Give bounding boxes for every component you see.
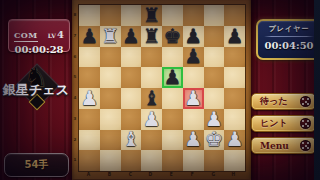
file-label-d: D (145, 173, 156, 177)
game-screen: COM LV4 00:00:28 ♞ 銀星チェス 54手 87654321 ♜♟… (0, 0, 320, 180)
white-pawn[interactable]: ♟ (143, 108, 161, 130)
pad-buttons-icon (300, 118, 311, 129)
file-label-h: H (228, 173, 239, 177)
file-label-a: A (83, 173, 94, 177)
file-label-g: G (207, 173, 218, 177)
square-b2[interactable] (100, 130, 121, 151)
com-label: COM (14, 30, 38, 42)
square-a1[interactable] (79, 150, 100, 171)
rank-label-5: 5 (74, 71, 77, 81)
square-c4[interactable] (121, 88, 142, 109)
hint-button[interactable]: ヒント (251, 115, 316, 132)
square-c7[interactable]: ♟ (121, 26, 142, 47)
square-h6[interactable] (224, 47, 245, 68)
square-a2[interactable] (79, 130, 100, 151)
square-c6[interactable] (121, 47, 142, 68)
black-pawn[interactable]: ♟ (184, 45, 202, 67)
square-a7[interactable]: ♟ (79, 26, 100, 47)
square-h7[interactable]: ♟ (224, 26, 245, 47)
square-d2[interactable] (141, 130, 162, 151)
black-rook[interactable]: ♜ (143, 25, 161, 47)
square-e3[interactable] (162, 109, 183, 130)
white-pawn[interactable]: ♟ (184, 87, 202, 109)
file-label-f: F (186, 173, 197, 177)
square-f2[interactable]: ♟ (183, 130, 204, 151)
screen-edge-shade (314, 0, 320, 180)
black-king[interactable]: ♚ (163, 25, 181, 47)
square-c5[interactable] (121, 67, 142, 88)
square-a3[interactable] (79, 109, 100, 130)
square-e4[interactable] (162, 88, 183, 109)
square-g1[interactable] (204, 150, 225, 171)
rank-label-8: 8 (74, 9, 77, 19)
square-h5[interactable] (224, 67, 245, 88)
black-pawn[interactable]: ♟ (163, 66, 181, 88)
player-label: プレイヤー (258, 24, 320, 34)
file-label-e: E (166, 173, 177, 177)
com-info-panel: COM LV4 00:00:28 (8, 19, 70, 52)
square-h4[interactable] (224, 88, 245, 109)
square-d6[interactable] (141, 47, 162, 68)
square-d7[interactable]: ♜ (141, 26, 162, 47)
black-pawn[interactable]: ♟ (184, 25, 202, 47)
square-e1[interactable] (162, 150, 183, 171)
white-pawn[interactable]: ♟ (205, 108, 223, 130)
rank-label-7: 7 (74, 30, 77, 40)
square-c1[interactable] (121, 150, 142, 171)
chess-board: ♜♟♜♟♜♚♟♟♟♟♟♝♟♟♟♝♟♚♟ (78, 4, 246, 172)
player-divider (264, 36, 314, 37)
app-title: 銀星チェス (0, 81, 72, 99)
move-counter-text: 54手 (25, 158, 49, 172)
board-frame: 87654321 ♜♟♜♟♜♚♟♟♟♟♟♝♟♟♟♝♟♚♟ ABCDEFGH (72, 0, 251, 180)
black-pawn[interactable]: ♟ (80, 25, 98, 47)
undo-button[interactable]: 待った (251, 93, 316, 110)
player-clock: 00:04:50 (258, 40, 320, 51)
square-b1[interactable] (100, 150, 121, 171)
square-e7[interactable]: ♚ (162, 26, 183, 47)
white-pawn[interactable]: ♟ (184, 128, 202, 150)
white-bishop[interactable]: ♝ (122, 128, 140, 150)
black-bishop[interactable]: ♝ (143, 87, 161, 109)
square-a4[interactable]: ♟ (79, 88, 100, 109)
com-level: LV4 (48, 23, 64, 42)
square-g5[interactable] (204, 67, 225, 88)
white-pawn[interactable]: ♟ (226, 128, 244, 150)
square-b6[interactable] (100, 47, 121, 68)
black-rook[interactable]: ♜ (143, 4, 161, 26)
square-e2[interactable] (162, 130, 183, 151)
square-a6[interactable] (79, 47, 100, 68)
rank-label-4: 4 (74, 92, 77, 102)
square-g8[interactable] (204, 5, 225, 26)
file-label-c: C (124, 173, 135, 177)
square-g7[interactable] (204, 26, 225, 47)
square-f4[interactable]: ♟ (183, 88, 204, 109)
rank-label-6: 6 (74, 51, 77, 61)
com-clock: 00:00:28 (9, 44, 69, 55)
square-g2[interactable]: ♚ (204, 130, 225, 151)
pad-buttons-icon (300, 140, 311, 151)
square-h2[interactable]: ♟ (224, 130, 245, 151)
rank-label-3: 3 (74, 113, 77, 123)
file-labels: ABCDEFGH (78, 171, 244, 179)
square-b5[interactable] (100, 67, 121, 88)
white-rook[interactable]: ♜ (101, 25, 119, 47)
square-g6[interactable] (204, 47, 225, 68)
square-d3[interactable]: ♟ (141, 109, 162, 130)
undo-button-label: 待った (260, 95, 287, 108)
black-pawn[interactable]: ♟ (122, 25, 140, 47)
hint-button-label: ヒント (260, 117, 288, 130)
square-c2[interactable]: ♝ (121, 130, 142, 151)
pad-buttons-icon (300, 96, 311, 107)
square-b7[interactable]: ♜ (100, 26, 121, 47)
move-counter-badge: 54手 (4, 153, 69, 177)
square-b3[interactable] (100, 109, 121, 130)
square-b4[interactable] (100, 88, 121, 109)
player-info-panel: プレイヤー 00:04:50 (256, 19, 320, 60)
black-pawn[interactable]: ♟ (226, 25, 244, 47)
rank-label-1: 1 (74, 154, 77, 164)
square-h1[interactable] (224, 150, 245, 171)
rank-label-2: 2 (74, 134, 77, 144)
square-e5[interactable]: ♟ (162, 67, 183, 88)
menu-button-label: Menu (260, 141, 289, 151)
file-label-b: B (103, 173, 114, 177)
white-pawn[interactable]: ♟ (80, 87, 98, 109)
square-f1[interactable] (183, 150, 204, 171)
square-d1[interactable] (141, 150, 162, 171)
white-king[interactable]: ♚ (205, 128, 223, 150)
square-f6[interactable]: ♟ (183, 47, 204, 68)
menu-button[interactable]: Menu (251, 137, 316, 154)
app-logo: ♞ 銀星チェス (0, 60, 72, 112)
